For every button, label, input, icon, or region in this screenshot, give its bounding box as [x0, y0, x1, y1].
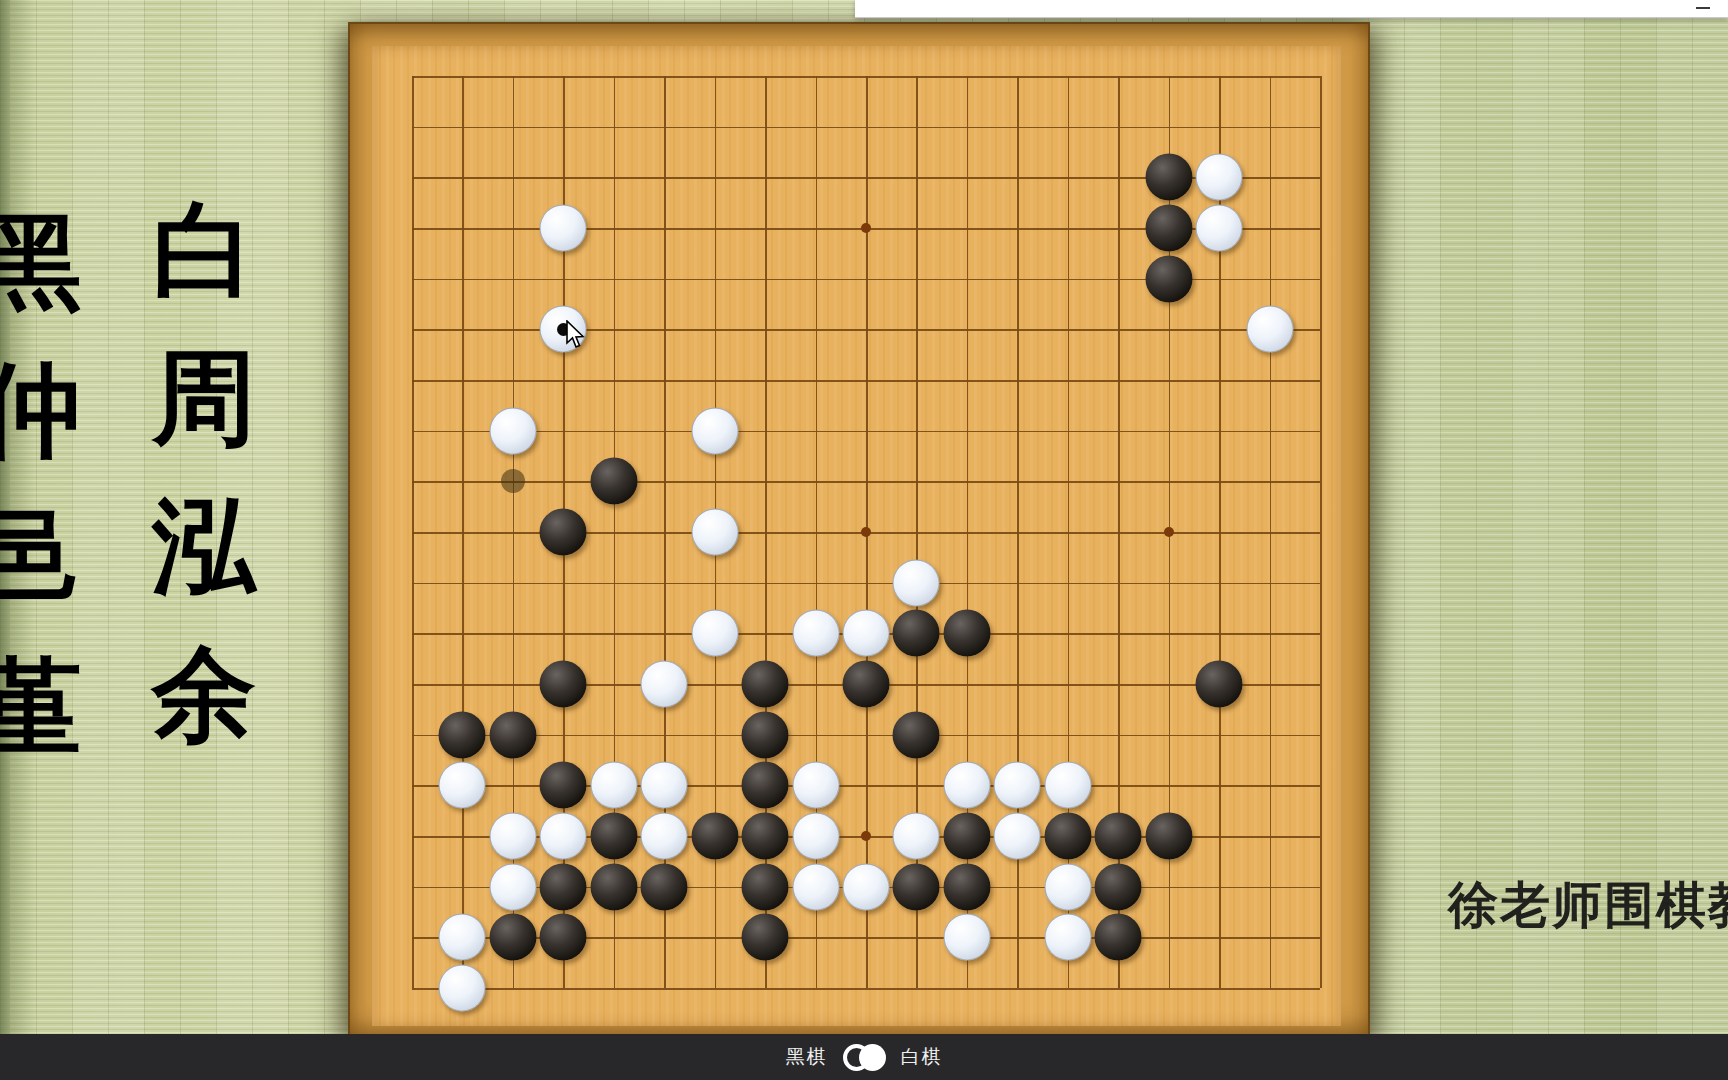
bottom-toolbar: 黑棋 白棋 [0, 1034, 1728, 1080]
black-side-label: 黑棋 [786, 1044, 828, 1070]
white-side-label: 白棋 [901, 1044, 943, 1070]
black-stone [943, 863, 990, 910]
black-stone [742, 813, 789, 860]
white-stone [489, 863, 536, 910]
black-stone [943, 610, 990, 657]
toggle-knob-icon [859, 1044, 886, 1071]
white-stone [792, 610, 839, 657]
white-stone [691, 407, 738, 454]
player-name-char: 黑 [0, 188, 82, 336]
black-stone [540, 914, 587, 961]
ghost-stone-marker [501, 469, 525, 493]
black-stone [1145, 255, 1192, 302]
white-player-name-column: 白周泓余 [152, 176, 256, 768]
white-stone [1196, 205, 1243, 252]
black-stone [893, 863, 940, 910]
black-stone [842, 661, 889, 708]
window-titlebar [855, 0, 1728, 18]
black-stone [489, 711, 536, 758]
white-stone [590, 762, 637, 809]
white-stone [792, 813, 839, 860]
white-stone [792, 863, 839, 910]
player-name-char: 仲 [0, 336, 82, 484]
black-stone [540, 762, 587, 809]
white-stone [1246, 306, 1293, 353]
white-stone [540, 813, 587, 860]
player-name-char: 堇 [0, 632, 82, 780]
black-stone [1145, 154, 1192, 201]
go-board [348, 22, 1370, 1036]
grid-line-vertical [1320, 76, 1322, 988]
watermark-text: 徐老师围棋教室 [1448, 872, 1728, 939]
player-name-char: 邑 [0, 484, 82, 632]
white-stone [691, 509, 738, 556]
grid-line-horizontal [412, 735, 1320, 737]
white-stone [943, 762, 990, 809]
white-stone [540, 205, 587, 252]
black-stone [742, 762, 789, 809]
white-stone [1044, 762, 1091, 809]
white-stone [489, 813, 536, 860]
white-stone [943, 914, 990, 961]
white-stone [893, 559, 940, 606]
white-stone [691, 610, 738, 657]
white-stone [641, 661, 688, 708]
black-player-name-column: 黑仲邑堇 [0, 188, 82, 780]
minimize-icon[interactable] [1696, 7, 1710, 9]
black-stone [943, 813, 990, 860]
black-stone [439, 711, 486, 758]
black-stone [540, 863, 587, 910]
screen: 黑仲邑堇 白周泓余 徐老师围棋教室 黑棋 白棋 [0, 0, 1728, 1080]
black-stone [691, 813, 738, 860]
white-stone [641, 762, 688, 809]
white-stone [1044, 914, 1091, 961]
star-point [861, 527, 871, 537]
black-stone [590, 863, 637, 910]
black-stone [893, 610, 940, 657]
star-point [1164, 527, 1174, 537]
white-stone [489, 407, 536, 454]
white-stone [1044, 863, 1091, 910]
white-stone [439, 762, 486, 809]
white-stone [842, 863, 889, 910]
black-stone [489, 914, 536, 961]
black-stone [1095, 863, 1142, 910]
white-stone [994, 762, 1041, 809]
black-stone [1196, 661, 1243, 708]
white-stone [1196, 154, 1243, 201]
black-stone [742, 661, 789, 708]
star-point [861, 223, 871, 233]
white-stone [994, 813, 1041, 860]
white-stone [439, 914, 486, 961]
player-name-char: 余 [152, 620, 256, 768]
grid-line-horizontal [412, 583, 1320, 585]
player-name-char: 周 [152, 324, 256, 472]
white-stone [792, 762, 839, 809]
white-stone [893, 813, 940, 860]
black-stone [742, 711, 789, 758]
black-stone [1145, 813, 1192, 860]
white-stone [439, 965, 486, 1012]
white-stone [641, 813, 688, 860]
black-stone [742, 863, 789, 910]
black-stone [540, 661, 587, 708]
grid-line-vertical [1270, 76, 1272, 988]
black-stone [540, 509, 587, 556]
black-stone [641, 863, 688, 910]
side-toggle[interactable] [843, 1044, 886, 1071]
star-point [861, 831, 871, 841]
black-stone [1095, 813, 1142, 860]
white-stone [842, 610, 889, 657]
black-stone [1145, 205, 1192, 252]
mouse-cursor-icon [566, 320, 588, 350]
black-stone [1095, 914, 1142, 961]
player-name-char: 白 [152, 176, 256, 324]
black-stone [893, 711, 940, 758]
player-name-char: 泓 [152, 472, 256, 620]
black-stone [590, 458, 637, 505]
black-stone [1044, 813, 1091, 860]
grid-line-horizontal [412, 988, 1320, 990]
black-stone [742, 914, 789, 961]
black-stone [590, 813, 637, 860]
